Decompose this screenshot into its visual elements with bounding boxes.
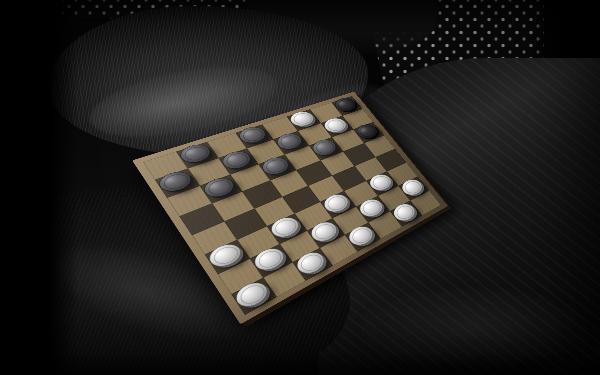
left-black-band: [0, 0, 80, 375]
bedroom-scene: [0, 0, 600, 375]
